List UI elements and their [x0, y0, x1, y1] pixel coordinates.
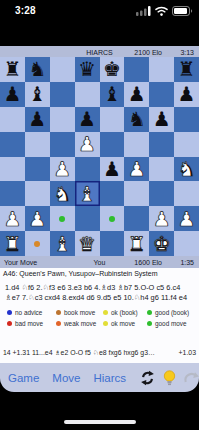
square-c4[interactable]: ♟ — [50, 157, 75, 182]
player-clock: 1:35 — [180, 259, 194, 266]
square-a2[interactable]: ♟ — [0, 206, 25, 231]
white-bishop[interactable]: ♝ — [53, 234, 71, 254]
bad-move-dot — [7, 321, 12, 326]
chess-board[interactable]: ♜♞♛♚♜♟♝♝♟♟♟♟♞♟♟♟♟♟♞♞♝♟♟♟♟♜♝♛♜♚ — [0, 57, 199, 256]
status-clock: 3:28 — [15, 5, 36, 16]
redo-move-icon[interactable] — [183, 370, 199, 385]
square-d5[interactable]: ♟ — [75, 132, 100, 157]
black-pawn[interactable]: ♟ — [103, 159, 121, 179]
square-g2[interactable]: ♟ — [149, 206, 174, 231]
square-d8[interactable]: ♛ — [75, 57, 100, 82]
white-pawn[interactable]: ♟ — [153, 209, 171, 229]
square-a3[interactable] — [0, 181, 25, 206]
white-king[interactable]: ♚ — [153, 234, 171, 254]
square-g4[interactable] — [149, 157, 174, 182]
black-rook[interactable]: ♜ — [178, 59, 196, 79]
player-bar: Your Move You 1600 Elo 1:35 — [0, 256, 199, 268]
black-queen[interactable]: ♛ — [78, 59, 96, 79]
black-pawn[interactable]: ♟ — [28, 109, 46, 129]
square-h1[interactable] — [174, 231, 199, 256]
hint-lightbulb-icon[interactable] — [163, 370, 176, 386]
bottom-toolbar: Game Move Hiarcs — [0, 363, 199, 392]
square-h5[interactable] — [174, 132, 199, 157]
square-a4[interactable] — [0, 157, 25, 182]
hiarcs-menu-button[interactable]: Hiarcs — [93, 372, 126, 384]
game-menu-button[interactable]: Game — [8, 372, 39, 384]
square-h6[interactable] — [174, 107, 199, 132]
square-a5[interactable] — [0, 132, 25, 157]
square-a6[interactable] — [0, 107, 25, 132]
white-pawn[interactable]: ♟ — [178, 209, 196, 229]
move-status: Your Move — [4, 259, 37, 266]
analysis-pv: 14 +1.31 11...e4 ♗e2 O-O f5 ♘e8 fxg6 hxg… — [3, 349, 155, 357]
legend-good-book: good (book) — [147, 309, 199, 316]
square-b7[interactable]: ♝ — [25, 82, 50, 107]
opponent-elo: 2100 Elo — [134, 48, 162, 55]
book-move-dot — [56, 310, 61, 315]
black-pawn[interactable]: ♟ — [3, 84, 21, 104]
square-c8[interactable] — [50, 57, 75, 82]
square-e6[interactable] — [100, 107, 125, 132]
black-pawn[interactable]: ♟ — [178, 84, 196, 104]
black-bishop[interactable]: ♝ — [103, 84, 121, 104]
square-h2[interactable]: ♟ — [174, 206, 199, 231]
legend-no-advice: no advice — [7, 309, 56, 316]
square-e7[interactable]: ♝ — [100, 82, 125, 107]
square-f1[interactable]: ♜ — [124, 231, 149, 256]
square-e5[interactable] — [100, 132, 125, 157]
legend-ok-move: ok move — [103, 320, 147, 327]
square-f8[interactable] — [124, 57, 149, 82]
white-pawn[interactable]: ♟ — [28, 209, 46, 229]
white-knight[interactable]: ♞ — [178, 159, 196, 179]
square-e3[interactable] — [100, 181, 125, 206]
square-f2[interactable] — [124, 206, 149, 231]
hint-dot-c2 — [59, 216, 65, 222]
square-h8[interactable]: ♜ — [174, 57, 199, 82]
legend-book-move: book move — [56, 309, 103, 316]
square-g1[interactable]: ♚ — [149, 231, 174, 256]
no-advice-dot — [7, 310, 12, 315]
flip-board-icon[interactable] — [139, 370, 156, 386]
player-name: You — [94, 259, 106, 266]
square-c2[interactable] — [50, 206, 75, 231]
square-e4[interactable]: ♟ — [100, 157, 125, 182]
square-g5[interactable] — [149, 132, 174, 157]
square-d3[interactable]: ♝ — [75, 181, 100, 206]
square-c3[interactable]: ♞ — [50, 181, 75, 206]
weak-move-dot — [56, 321, 61, 326]
opponent-clock: 3:13 — [180, 48, 194, 55]
square-c5[interactable] — [50, 132, 75, 157]
square-g8[interactable] — [149, 57, 174, 82]
ok-move-dot — [103, 321, 108, 326]
square-b4[interactable] — [25, 157, 50, 182]
white-pawn[interactable]: ♟ — [78, 134, 96, 154]
black-king[interactable]: ♚ — [103, 59, 121, 79]
square-c6[interactable] — [50, 107, 75, 132]
move-list[interactable]: 1.d4 ♘f6 2.♘f3 e6 3.e3 b6 4.♗d3 ♗b7 5.O-… — [0, 277, 199, 302]
good-book-dot — [147, 310, 152, 315]
square-c1[interactable]: ♝ — [50, 231, 75, 256]
square-a1[interactable]: ♜ — [0, 231, 25, 256]
square-a8[interactable]: ♜ — [0, 57, 25, 82]
black-knight[interactable]: ♞ — [28, 59, 46, 79]
hint-dot-b1 — [34, 241, 40, 247]
opponent-bar: HIARCS 2100 Elo 3:13 — [0, 46, 199, 57]
square-g3[interactable] — [149, 181, 174, 206]
iphone-screen: 3:28 HIARCS 2100 Elo 3:13 ♜ — [0, 0, 199, 430]
black-pawn[interactable]: ♟ — [78, 109, 96, 129]
square-d6[interactable]: ♟ — [75, 107, 100, 132]
square-g7[interactable] — [149, 82, 174, 107]
home-indicator[interactable] — [64, 420, 136, 425]
square-b8[interactable]: ♞ — [25, 57, 50, 82]
square-b5[interactable] — [25, 132, 50, 157]
square-g6[interactable]: ♟ — [149, 107, 174, 132]
square-h4[interactable]: ♞ — [174, 157, 199, 182]
square-d7[interactable] — [75, 82, 100, 107]
black-bishop[interactable]: ♝ — [28, 84, 46, 104]
square-d2[interactable] — [75, 206, 100, 231]
square-e8[interactable]: ♚ — [100, 57, 125, 82]
engine-analysis-line[interactable]: 14 +1.31 11...e4 ♗e2 O-O f5 ♘e8 fxg6 hxg… — [3, 349, 196, 357]
square-f7[interactable]: ♟ — [124, 82, 149, 107]
square-a7[interactable]: ♟ — [0, 82, 25, 107]
square-b2[interactable]: ♟ — [25, 206, 50, 231]
square-h7[interactable]: ♟ — [174, 82, 199, 107]
legend-weak-move: weak move — [56, 320, 103, 327]
white-rook[interactable]: ♜ — [3, 234, 21, 254]
white-bishop[interactable]: ♝ — [78, 184, 96, 204]
square-f3[interactable] — [124, 181, 149, 206]
white-queen[interactable]: ♛ — [78, 234, 96, 254]
square-f5[interactable] — [124, 132, 149, 157]
white-pawn[interactable]: ♟ — [128, 159, 146, 179]
legend-ok-book: ok (book) — [103, 309, 147, 316]
legend-bad-move: bad move — [7, 320, 56, 327]
white-pawn[interactable]: ♟ — [53, 159, 71, 179]
square-f6[interactable]: ♞ — [124, 107, 149, 132]
square-h3[interactable] — [174, 181, 199, 206]
black-rook[interactable]: ♜ — [3, 59, 21, 79]
wifi-icon — [155, 6, 168, 16]
white-rook[interactable]: ♜ — [128, 234, 146, 254]
square-b1[interactable] — [25, 231, 50, 256]
move-menu-button[interactable]: Move — [52, 372, 80, 384]
coach-legend: no advice book move ok (book) good (book… — [0, 302, 199, 327]
opponent-name: HIARCS — [86, 48, 112, 55]
black-pawn[interactable]: ♟ — [153, 109, 171, 129]
square-b3[interactable] — [25, 181, 50, 206]
cellular-signal-icon — [136, 6, 151, 16]
square-d4[interactable] — [75, 157, 100, 182]
white-knight[interactable]: ♞ — [53, 184, 71, 204]
black-knight[interactable]: ♞ — [128, 109, 146, 129]
legend-good-move: good move — [147, 320, 199, 327]
ok-book-dot — [103, 310, 108, 315]
player-elo: 1600 Elo — [134, 259, 162, 266]
square-e1[interactable] — [100, 231, 125, 256]
square-d1[interactable]: ♛ — [75, 231, 100, 256]
square-c7[interactable] — [50, 82, 75, 107]
square-f4[interactable]: ♟ — [124, 157, 149, 182]
battery-icon — [172, 6, 193, 16]
square-e2[interactable] — [100, 206, 125, 231]
hint-dot-e2 — [109, 216, 115, 222]
ios-status-bar: 3:28 — [0, 0, 199, 28]
analysis-eval: +1.03 — [179, 349, 196, 357]
good-move-dot — [147, 321, 152, 326]
white-pawn[interactable]: ♟ — [3, 209, 21, 229]
opening-name: A46: Queen's Pawn, Yusupov–Rubinstein Sy… — [0, 268, 199, 277]
square-b6[interactable]: ♟ — [25, 107, 50, 132]
black-pawn[interactable]: ♟ — [128, 84, 146, 104]
